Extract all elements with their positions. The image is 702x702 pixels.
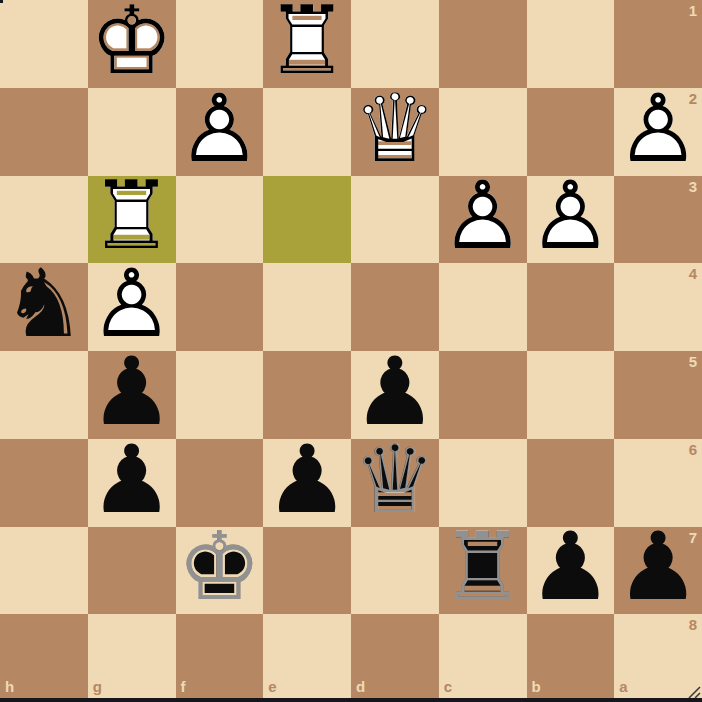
square-h1[interactable] [0, 0, 88, 88]
square-h2[interactable] [0, 88, 88, 176]
black-pawn-icon: ♟ [89, 433, 173, 527]
square-c1[interactable] [439, 0, 527, 88]
white-pawn[interactable]: ♟♙ [614, 88, 702, 176]
square-f5[interactable] [176, 351, 264, 439]
square-c5[interactable] [439, 351, 527, 439]
white-pawn[interactable]: ♟♙ [176, 88, 264, 176]
square-b7[interactable]: ♟ [527, 527, 615, 615]
file-label-f: f [181, 678, 186, 695]
file-label-d: d [356, 678, 365, 695]
square-g8[interactable]: g [88, 614, 176, 702]
white-king[interactable]: ♚♔ [88, 0, 176, 88]
board-resize-handle[interactable] [687, 685, 701, 699]
white-pawn-outline-icon: ♙ [440, 170, 524, 264]
square-c7[interactable]: ♜♖ [439, 527, 527, 615]
square-g1[interactable]: ♚♔ [88, 0, 176, 88]
rank-label-4: 4 [689, 265, 697, 282]
white-rook-outline-icon: ♖ [265, 0, 349, 88]
square-c8[interactable]: c [439, 614, 527, 702]
square-e1[interactable]: ♜♖ [263, 0, 351, 88]
rank-label-6: 6 [689, 441, 697, 458]
square-e7[interactable] [263, 527, 351, 615]
black-pawn[interactable]: ♟ [527, 527, 615, 615]
square-f7[interactable]: ♚♔ [176, 527, 264, 615]
black-king-outline-icon: ♔ [177, 521, 261, 615]
white-rook[interactable]: ♜♖ [263, 0, 351, 88]
square-e3[interactable] [263, 176, 351, 264]
black-queen[interactable]: ♛♕ [351, 439, 439, 527]
black-pawn[interactable]: ♟ [614, 527, 702, 615]
square-e8[interactable]: e [263, 614, 351, 702]
white-queen[interactable]: ♛♕ [351, 88, 439, 176]
file-label-e: e [268, 678, 276, 695]
square-a3[interactable]: 3 [614, 176, 702, 264]
square-g7[interactable] [88, 527, 176, 615]
square-e2[interactable] [263, 88, 351, 176]
square-d8[interactable]: d [351, 614, 439, 702]
square-c4[interactable] [439, 263, 527, 351]
white-pawn-outline-icon: ♙ [616, 82, 700, 176]
square-d2[interactable]: ♛♕ [351, 88, 439, 176]
square-d6[interactable]: ♛♕ [351, 439, 439, 527]
black-pawn[interactable]: ♟ [263, 439, 351, 527]
black-king[interactable]: ♚♔ [176, 527, 264, 615]
square-b4[interactable] [527, 263, 615, 351]
white-pawn[interactable]: ♟♙ [439, 176, 527, 264]
square-e4[interactable] [263, 263, 351, 351]
file-label-b: b [532, 678, 541, 695]
square-d7[interactable] [351, 527, 439, 615]
rank-label-1: 1 [689, 2, 697, 19]
white-king-outline-icon: ♔ [89, 0, 173, 88]
square-b1[interactable] [527, 0, 615, 88]
square-b5[interactable] [527, 351, 615, 439]
rank-label-5: 5 [689, 353, 697, 370]
square-g6[interactable]: ♟ [88, 439, 176, 527]
white-pawn-outline-icon: ♙ [528, 170, 612, 264]
file-label-g: g [93, 678, 102, 695]
rank-label-8: 8 [689, 616, 697, 633]
black-pawn[interactable]: ♟ [88, 439, 176, 527]
black-rook-outline-icon: ♖ [440, 521, 524, 615]
rank-label-3: 3 [689, 178, 697, 195]
square-b3[interactable]: ♟♙ [527, 176, 615, 264]
corner-artifact [0, 0, 3, 3]
black-knight[interactable]: ♞ [0, 263, 88, 351]
square-a2[interactable]: ♟♙2 [614, 88, 702, 176]
square-f8[interactable]: f [176, 614, 264, 702]
black-pawn-icon: ♟ [265, 433, 349, 527]
square-a7[interactable]: ♟7 [614, 527, 702, 615]
square-e6[interactable]: ♟ [263, 439, 351, 527]
square-f3[interactable] [176, 176, 264, 264]
white-queen-outline-icon: ♕ [353, 82, 437, 176]
black-rook[interactable]: ♜♖ [439, 527, 527, 615]
square-d3[interactable] [351, 176, 439, 264]
board-stage: ♚♔♜♖1♟♙♛♕♟♙2♜♖♟♙♟♙3♞♟♙4♟♟5♟♟♛♕6♚♔♜♖♟♟7hg… [0, 0, 702, 702]
square-h6[interactable] [0, 439, 88, 527]
square-h5[interactable] [0, 351, 88, 439]
square-f4[interactable] [176, 263, 264, 351]
black-knight-icon: ♞ [2, 257, 86, 351]
page-edge-strip [0, 698, 702, 702]
square-h4[interactable]: ♞ [0, 263, 88, 351]
square-a4[interactable]: 4 [614, 263, 702, 351]
chess-board[interactable]: ♚♔♜♖1♟♙♛♕♟♙2♜♖♟♙♟♙3♞♟♙4♟♟5♟♟♛♕6♚♔♜♖♟♟7hg… [0, 0, 702, 702]
black-queen-outline-icon: ♕ [353, 433, 437, 527]
square-h8[interactable]: h [0, 614, 88, 702]
square-h7[interactable] [0, 527, 88, 615]
white-pawn[interactable]: ♟♙ [527, 176, 615, 264]
white-pawn-outline-icon: ♙ [177, 82, 261, 176]
square-c3[interactable]: ♟♙ [439, 176, 527, 264]
square-a5[interactable]: 5 [614, 351, 702, 439]
file-label-h: h [5, 678, 14, 695]
square-b8[interactable]: b [527, 614, 615, 702]
black-pawn-icon: ♟ [616, 521, 700, 615]
black-pawn-icon: ♟ [528, 521, 612, 615]
square-f2[interactable]: ♟♙ [176, 88, 264, 176]
file-label-c: c [444, 678, 452, 695]
file-label-a: a [619, 678, 627, 695]
